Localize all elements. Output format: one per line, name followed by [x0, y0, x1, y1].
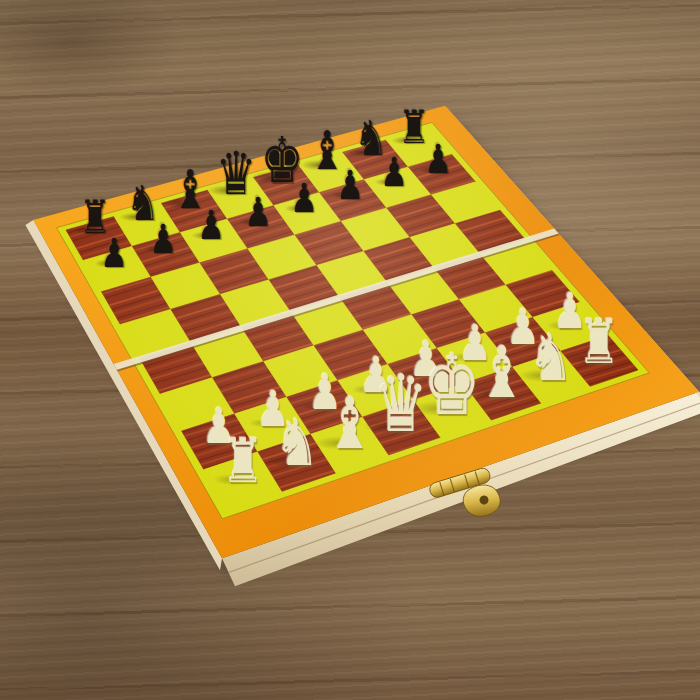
chessboard — [0, 0, 700, 700]
chess-set-photo: Chess — [0, 0, 700, 700]
